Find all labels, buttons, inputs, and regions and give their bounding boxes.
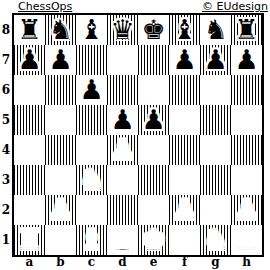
rank-label-7: 7 <box>0 45 12 75</box>
piece-white-pawn[interactable]: ♟ <box>48 195 72 225</box>
square-g3[interactable] <box>200 165 231 195</box>
file-label-e: e <box>138 256 169 269</box>
square-f4[interactable] <box>169 135 200 165</box>
square-f2[interactable]: ♟ <box>169 195 200 225</box>
rank-label-1: 1 <box>0 225 12 255</box>
square-e6[interactable] <box>138 75 169 105</box>
piece-white-knight[interactable]: ♞ <box>203 225 227 255</box>
square-g1[interactable]: ♞ <box>200 225 231 255</box>
file-label-g: g <box>200 256 231 269</box>
square-d8[interactable]: ♛ <box>107 15 138 45</box>
square-a5[interactable] <box>14 105 45 135</box>
credit-label: © EUdesign <box>202 0 268 13</box>
square-g7[interactable]: ♟ <box>200 45 231 75</box>
square-b3[interactable] <box>45 165 76 195</box>
square-f3[interactable] <box>169 165 200 195</box>
square-d6[interactable] <box>107 75 138 105</box>
file-label-h: h <box>231 256 262 269</box>
square-h4[interactable] <box>231 135 262 165</box>
piece-white-knight[interactable]: ♞ <box>79 165 103 195</box>
square-e7[interactable] <box>138 45 169 75</box>
square-b5[interactable] <box>45 105 76 135</box>
square-h7[interactable]: ♟ <box>231 45 262 75</box>
piece-white-pawn[interactable]: ♟ <box>110 135 134 165</box>
square-b7[interactable]: ♟ <box>45 45 76 75</box>
file-label-d: d <box>107 256 138 269</box>
piece-white-pawn[interactable]: ♟ <box>234 195 258 225</box>
square-a6[interactable] <box>14 75 45 105</box>
piece-black-pawn[interactable]: ♟ <box>234 45 258 75</box>
piece-black-pawn[interactable]: ♟ <box>17 45 41 75</box>
square-c1[interactable]: ♝ <box>76 225 107 255</box>
square-a3[interactable] <box>14 165 45 195</box>
piece-black-pawn[interactable]: ♟ <box>203 45 227 75</box>
square-d3[interactable] <box>107 165 138 195</box>
square-h3[interactable] <box>231 165 262 195</box>
rank-label-5: 5 <box>0 105 12 135</box>
piece-black-rook[interactable]: ♜ <box>234 15 258 45</box>
piece-black-rook[interactable]: ♜ <box>17 15 41 45</box>
square-a4[interactable] <box>14 135 45 165</box>
piece-black-pawn[interactable]: ♟ <box>172 45 196 75</box>
square-d5[interactable]: ♟ <box>107 105 138 135</box>
file-label-a: a <box>14 256 45 269</box>
square-g5[interactable] <box>200 105 231 135</box>
piece-black-queen[interactable]: ♛ <box>110 15 134 45</box>
square-h5[interactable] <box>231 105 262 135</box>
board-frame: ♜♞♝♛♚♝♞♜♟♟♟♟♟♟♟♟♟♟♞♟♟♟♟♟♟♜♝♛♚♝♞♜ <box>12 13 264 257</box>
square-d2[interactable] <box>107 195 138 225</box>
square-f1[interactable]: ♝ <box>169 225 200 255</box>
square-e8[interactable]: ♚ <box>138 15 169 45</box>
rank-label-3: 3 <box>0 165 12 195</box>
square-e4[interactable] <box>138 135 169 165</box>
square-h6[interactable] <box>231 75 262 105</box>
rank-labels: 87654321 <box>0 15 12 255</box>
piece-black-bishop[interactable]: ♝ <box>79 15 103 45</box>
rank-label-4: 4 <box>0 135 12 165</box>
square-d4[interactable]: ♟ <box>107 135 138 165</box>
square-c2[interactable] <box>76 195 107 225</box>
square-e3[interactable] <box>138 165 169 195</box>
file-label-b: b <box>45 256 76 269</box>
file-label-c: c <box>76 256 107 269</box>
piece-white-king[interactable]: ♚ <box>141 225 165 255</box>
square-c6[interactable]: ♟ <box>76 75 107 105</box>
square-f7[interactable]: ♟ <box>169 45 200 75</box>
square-b6[interactable] <box>45 75 76 105</box>
square-c8[interactable]: ♝ <box>76 15 107 45</box>
square-g6[interactable] <box>200 75 231 105</box>
square-c5[interactable] <box>76 105 107 135</box>
rank-label-6: 6 <box>0 75 12 105</box>
square-a7[interactable]: ♟ <box>14 45 45 75</box>
square-b4[interactable] <box>45 135 76 165</box>
rank-label-2: 2 <box>0 195 12 225</box>
square-b2[interactable]: ♟ <box>45 195 76 225</box>
piece-white-queen[interactable]: ♛ <box>110 225 134 255</box>
chess-board: ♜♞♝♛♚♝♞♜♟♟♟♟♟♟♟♟♟♟♞♟♟♟♟♟♟♜♝♛♚♝♞♜ <box>14 15 262 255</box>
square-f5[interactable] <box>169 105 200 135</box>
piece-white-bishop[interactable]: ♝ <box>172 225 196 255</box>
file-label-f: f <box>169 256 200 269</box>
piece-white-pawn[interactable]: ♟ <box>79 135 103 165</box>
square-a1[interactable]: ♜ <box>14 225 45 255</box>
piece-white-rook[interactable]: ♜ <box>234 225 258 255</box>
square-h2[interactable]: ♟ <box>231 195 262 225</box>
square-a8[interactable]: ♜ <box>14 15 45 45</box>
piece-white-bishop[interactable]: ♝ <box>79 225 103 255</box>
square-g4[interactable] <box>200 135 231 165</box>
piece-black-pawn[interactable]: ♟ <box>79 75 103 105</box>
piece-white-pawn[interactable]: ♟ <box>17 195 41 225</box>
piece-black-knight[interactable]: ♞ <box>203 15 227 45</box>
square-e5[interactable]: ♟ <box>138 105 169 135</box>
square-g8[interactable]: ♞ <box>200 15 231 45</box>
square-a2[interactable]: ♟ <box>14 195 45 225</box>
square-d1[interactable]: ♛ <box>107 225 138 255</box>
square-e1[interactable]: ♚ <box>138 225 169 255</box>
square-d7[interactable] <box>107 45 138 75</box>
piece-black-pawn[interactable]: ♟ <box>110 105 134 135</box>
square-b8[interactable]: ♞ <box>45 15 76 45</box>
piece-black-king[interactable]: ♚ <box>141 15 165 45</box>
piece-black-pawn[interactable]: ♟ <box>141 105 165 135</box>
square-c3[interactable]: ♞ <box>76 165 107 195</box>
square-f6[interactable] <box>169 75 200 105</box>
piece-white-pawn[interactable]: ♟ <box>203 195 227 225</box>
square-c7[interactable] <box>76 45 107 75</box>
square-f8[interactable]: ♝ <box>169 15 200 45</box>
square-c4[interactable]: ♟ <box>76 135 107 165</box>
app-title: ChessOps <box>18 0 72 13</box>
piece-black-knight[interactable]: ♞ <box>48 15 72 45</box>
rank-label-8: 8 <box>0 15 12 45</box>
square-h1[interactable]: ♜ <box>231 225 262 255</box>
piece-white-rook[interactable]: ♜ <box>17 225 41 255</box>
piece-white-pawn[interactable]: ♟ <box>141 195 165 225</box>
square-g2[interactable]: ♟ <box>200 195 231 225</box>
piece-black-bishop[interactable]: ♝ <box>172 15 196 45</box>
piece-black-pawn[interactable]: ♟ <box>48 45 72 75</box>
piece-white-pawn[interactable]: ♟ <box>172 195 196 225</box>
file-labels: abcdefgh <box>14 256 262 269</box>
title-bar: ChessOps © EUdesign <box>0 0 270 13</box>
square-b1[interactable] <box>45 225 76 255</box>
square-h8[interactable]: ♜ <box>231 15 262 45</box>
square-e2[interactable]: ♟ <box>138 195 169 225</box>
